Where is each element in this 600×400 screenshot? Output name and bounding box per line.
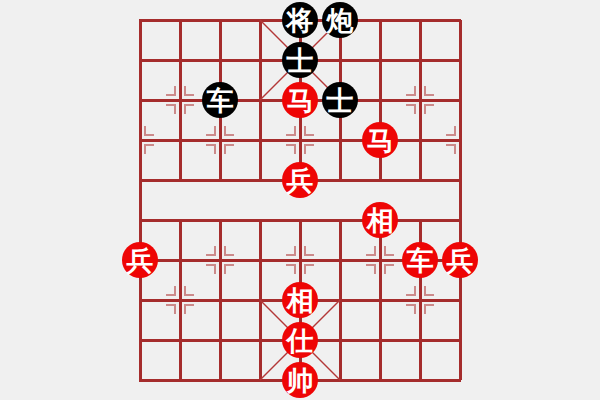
xiangqi-board[interactable]: 将炮士车马士马兵相兵车兵相仕帅	[0, 0, 600, 400]
piece-red-soldier-2[interactable]: 兵	[122, 242, 158, 278]
piece-red-general[interactable]: 帅	[282, 362, 318, 398]
piece-red-soldier-3[interactable]: 兵	[442, 242, 478, 278]
piece-black-advisor-2[interactable]: 士	[322, 82, 358, 118]
piece-black-chariot[interactable]: 车	[202, 82, 238, 118]
piece-red-elephant-2[interactable]: 相	[282, 282, 318, 318]
piece-red-horse-2[interactable]: 马	[362, 122, 398, 158]
piece-black-cannon-1[interactable]: 炮	[322, 2, 358, 38]
app-background: 将炮士车马士马兵相兵车兵相仕帅	[0, 0, 600, 400]
piece-black-general[interactable]: 将	[282, 2, 318, 38]
piece-red-horse-1[interactable]: 马	[282, 82, 318, 118]
piece-red-chariot[interactable]: 车	[402, 242, 438, 278]
piece-red-elephant-1[interactable]: 相	[362, 202, 398, 238]
piece-red-soldier-1[interactable]: 兵	[282, 162, 318, 198]
piece-black-advisor-1[interactable]: 士	[282, 42, 318, 78]
piece-red-advisor[interactable]: 仕	[282, 322, 318, 358]
